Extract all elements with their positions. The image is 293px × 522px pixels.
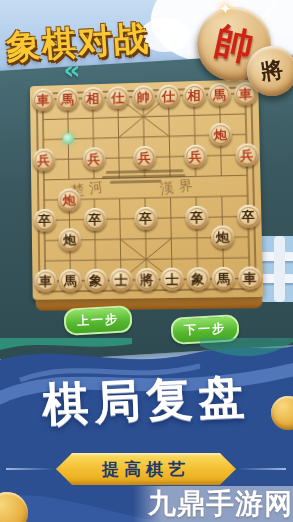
improve-skill-banner[interactable]: 提高棋艺 xyxy=(56,453,236,485)
piece-red-馬[interactable]: 馬 xyxy=(56,87,79,110)
piece-black-卒[interactable]: 卒 xyxy=(185,206,209,230)
sparkle-icon: ✦ xyxy=(219,0,232,18)
piece-red-相[interactable]: 相 xyxy=(182,83,206,107)
piece-black-象[interactable]: 象 xyxy=(186,267,210,291)
previous-step-button[interactable]: 上一步 xyxy=(63,305,132,336)
watermark-text: 九鼎手游网 xyxy=(148,485,293,522)
watermark-strip: 九鼎手游网 xyxy=(133,486,293,522)
decor-piece-char: 將 xyxy=(259,55,285,88)
app-frame: 楚河 漢界 車馬相仕帥仕相馬車炮兵兵兵兵兵炮卒卒卒卒卒炮炮車馬象士將士象馬車 象… xyxy=(0,0,293,522)
piece-red-馬[interactable]: 馬 xyxy=(208,82,232,106)
piece-black-卒[interactable]: 卒 xyxy=(236,205,260,229)
piece-red-炮[interactable]: 炮 xyxy=(58,188,81,211)
piece-red-車[interactable]: 車 xyxy=(31,88,54,111)
back-button[interactable]: « xyxy=(58,58,86,84)
piece-red-兵[interactable]: 兵 xyxy=(32,148,55,171)
piece-red-帥[interactable]: 帥 xyxy=(132,85,155,108)
banner-label: 提高棋艺 xyxy=(102,458,190,481)
piece-red-兵[interactable]: 兵 xyxy=(235,143,259,167)
xiangqi-board[interactable]: 楚河 漢界 車馬相仕帥仕相馬車炮兵兵兵兵兵炮卒卒卒卒卒炮炮車馬象士將士象馬車 xyxy=(30,79,263,300)
piece-black-卒[interactable]: 卒 xyxy=(33,209,56,232)
headline-text: 棋局复盘 xyxy=(0,364,293,439)
piece-black-將[interactable]: 將 xyxy=(135,268,158,291)
bottom-section: 棋局复盘 提高棋艺 九鼎手游网 xyxy=(0,338,293,522)
piece-red-仕[interactable]: 仕 xyxy=(106,86,129,109)
board-wrapper: 楚河 漢界 車馬相仕帥仕相馬車炮兵兵兵兵兵炮卒卒卒卒卒炮炮車馬象士將士象馬車 xyxy=(30,79,264,316)
side-object-bar xyxy=(274,236,285,302)
piece-red-兵[interactable]: 兵 xyxy=(183,144,207,168)
back-icon: « xyxy=(63,54,80,85)
piece-black-卒[interactable]: 卒 xyxy=(83,208,106,231)
piece-black-象[interactable]: 象 xyxy=(84,269,107,292)
banner-side-line xyxy=(6,468,54,470)
piece-black-車[interactable]: 車 xyxy=(238,267,262,291)
piece-red-兵[interactable]: 兵 xyxy=(133,146,156,169)
piece-red-兵[interactable]: 兵 xyxy=(82,147,105,170)
piece-red-相[interactable]: 相 xyxy=(81,86,104,109)
piece-black-車[interactable]: 車 xyxy=(34,270,57,293)
piece-black-卒[interactable]: 卒 xyxy=(134,207,157,230)
piece-red-仕[interactable]: 仕 xyxy=(157,84,180,108)
banner-side-line xyxy=(238,468,286,470)
